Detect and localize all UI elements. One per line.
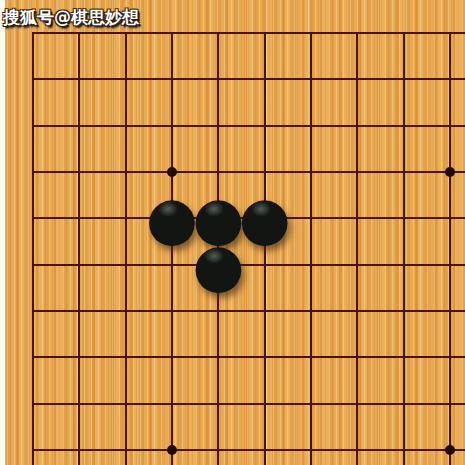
grid-line-horizontal bbox=[32, 32, 465, 34]
grid-line-vertical bbox=[449, 32, 451, 465]
star-point bbox=[167, 445, 177, 455]
grid-line-horizontal bbox=[32, 310, 465, 312]
grid-line-vertical bbox=[310, 32, 312, 465]
grid-line-vertical bbox=[403, 32, 405, 465]
black-stone-glyph: ● bbox=[192, 235, 244, 295]
black-stone: ● bbox=[149, 195, 195, 241]
left-background-strip bbox=[0, 0, 5, 465]
black-stone-glyph: ● bbox=[146, 188, 198, 248]
grid-line-vertical bbox=[125, 32, 127, 465]
go-board-screenshot: ●●●● 搜狐号@棋思妙想 bbox=[0, 0, 465, 465]
grid-line-vertical bbox=[356, 32, 358, 465]
grid-line-vertical bbox=[32, 32, 34, 465]
black-stone: ● bbox=[242, 195, 288, 241]
grid-line-horizontal bbox=[32, 356, 465, 358]
star-point bbox=[445, 445, 455, 455]
grid-line-horizontal bbox=[32, 264, 465, 266]
watermark-text: 搜狐号@棋思妙想 bbox=[3, 6, 139, 29]
black-stone: ● bbox=[195, 242, 241, 288]
star-point bbox=[167, 167, 177, 177]
grid-line-horizontal bbox=[32, 125, 465, 127]
go-board: ●●●● bbox=[0, 0, 465, 465]
black-stone-glyph: ● bbox=[238, 188, 290, 248]
grid-line-horizontal bbox=[32, 449, 465, 451]
grid-line-vertical bbox=[78, 32, 80, 465]
grid-line-horizontal bbox=[32, 171, 465, 173]
star-point bbox=[445, 167, 455, 177]
grid-line-horizontal bbox=[32, 78, 465, 80]
grid-line-horizontal bbox=[32, 403, 465, 405]
